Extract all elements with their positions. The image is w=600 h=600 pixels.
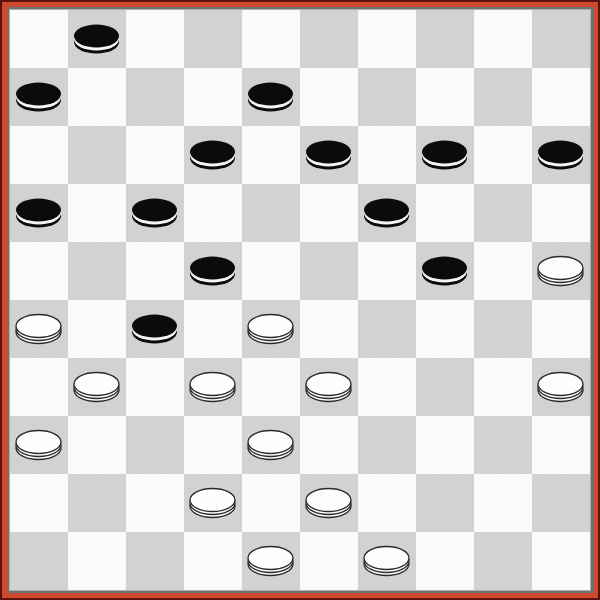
square-27[interactable] (126, 300, 184, 358)
square-47[interactable] (126, 532, 184, 590)
square-7[interactable] (126, 68, 184, 126)
black-man-square-6[interactable] (10, 68, 68, 126)
white-man-square-48[interactable] (242, 532, 300, 590)
light-square-r8c8 (474, 474, 532, 532)
light-square-r1c7 (416, 68, 474, 126)
white-man-square-43[interactable] (300, 474, 358, 532)
square-4[interactable] (416, 10, 474, 68)
black-man-square-13[interactable] (300, 126, 358, 184)
board-bezel-inner (9, 9, 591, 591)
light-square-r0c8 (474, 10, 532, 68)
square-46[interactable] (10, 532, 68, 590)
square-16[interactable] (10, 184, 68, 242)
light-square-r2c8 (474, 126, 532, 184)
square-11[interactable] (68, 126, 126, 184)
light-square-r8c0 (10, 474, 68, 532)
square-6[interactable] (10, 68, 68, 126)
white-man-square-38[interactable] (242, 416, 300, 474)
board-bezel-outer (7, 7, 593, 593)
draughts-board (10, 10, 590, 590)
white-man-square-25[interactable] (532, 242, 590, 300)
square-15[interactable] (532, 126, 590, 184)
black-man-square-8[interactable] (242, 68, 300, 126)
white-man-square-28[interactable] (242, 300, 300, 358)
light-square-r6c2 (126, 358, 184, 416)
light-square-r9c5 (300, 532, 358, 590)
square-39[interactable] (358, 416, 416, 474)
light-square-r3c7 (416, 184, 474, 242)
square-44[interactable] (416, 474, 474, 532)
square-1[interactable] (68, 10, 126, 68)
light-square-r8c6 (358, 474, 416, 532)
light-square-r9c9 (532, 532, 590, 590)
square-23[interactable] (300, 242, 358, 300)
white-man-square-31[interactable] (68, 358, 126, 416)
square-17[interactable] (126, 184, 184, 242)
board-frame-red-band (2, 2, 598, 598)
square-40[interactable] (474, 416, 532, 474)
black-man-square-14[interactable] (416, 126, 474, 184)
white-man-square-49[interactable] (358, 532, 416, 590)
light-square-r8c2 (126, 474, 184, 532)
light-square-r7c7 (416, 416, 474, 474)
square-3[interactable] (300, 10, 358, 68)
square-24[interactable] (416, 242, 474, 300)
square-2[interactable] (184, 10, 242, 68)
square-35[interactable] (532, 358, 590, 416)
white-man-square-36[interactable] (10, 416, 68, 474)
square-36[interactable] (10, 416, 68, 474)
square-41[interactable] (68, 474, 126, 532)
square-26[interactable] (10, 300, 68, 358)
light-square-r0c2 (126, 10, 184, 68)
light-square-r8c4 (242, 474, 300, 532)
black-man-square-27[interactable] (126, 300, 184, 358)
square-9[interactable] (358, 68, 416, 126)
square-30[interactable] (474, 300, 532, 358)
light-square-r7c3 (184, 416, 242, 474)
square-21[interactable] (68, 242, 126, 300)
square-33[interactable] (300, 358, 358, 416)
white-man-square-26[interactable] (10, 300, 68, 358)
light-square-r1c1 (68, 68, 126, 126)
light-square-r0c6 (358, 10, 416, 68)
square-29[interactable] (358, 300, 416, 358)
light-square-r5c1 (68, 300, 126, 358)
square-34[interactable] (416, 358, 474, 416)
square-31[interactable] (68, 358, 126, 416)
square-12[interactable] (184, 126, 242, 184)
light-square-r9c1 (68, 532, 126, 590)
light-square-r0c0 (10, 10, 68, 68)
square-13[interactable] (300, 126, 358, 184)
light-square-r3c3 (184, 184, 242, 242)
light-square-r6c0 (10, 358, 68, 416)
light-square-r7c9 (532, 416, 590, 474)
light-square-r6c8 (474, 358, 532, 416)
light-square-r6c6 (358, 358, 416, 416)
light-square-r1c9 (532, 68, 590, 126)
square-19[interactable] (358, 184, 416, 242)
board-frame (0, 0, 600, 600)
square-50[interactable] (474, 532, 532, 590)
black-man-square-12[interactable] (184, 126, 242, 184)
light-square-r9c7 (416, 532, 474, 590)
black-man-square-19[interactable] (358, 184, 416, 242)
light-square-r5c3 (184, 300, 242, 358)
light-square-r4c4 (242, 242, 300, 300)
light-square-r5c7 (416, 300, 474, 358)
square-10[interactable] (474, 68, 532, 126)
square-18[interactable] (242, 184, 300, 242)
black-man-square-15[interactable] (532, 126, 590, 184)
black-man-square-16[interactable] (10, 184, 68, 242)
light-square-r1c5 (300, 68, 358, 126)
light-square-r7c1 (68, 416, 126, 474)
light-square-r4c6 (358, 242, 416, 300)
square-42[interactable] (184, 474, 242, 532)
square-49[interactable] (358, 532, 416, 590)
white-man-square-35[interactable] (532, 358, 590, 416)
square-28[interactable] (242, 300, 300, 358)
light-square-r4c2 (126, 242, 184, 300)
square-25[interactable] (532, 242, 590, 300)
light-square-r5c5 (300, 300, 358, 358)
white-man-square-42[interactable] (184, 474, 242, 532)
white-man-square-32[interactable] (184, 358, 242, 416)
light-square-r9c3 (184, 532, 242, 590)
square-20[interactable] (474, 184, 532, 242)
light-square-r2c4 (242, 126, 300, 184)
light-square-r0c4 (242, 10, 300, 68)
square-14[interactable] (416, 126, 474, 184)
light-square-r4c8 (474, 242, 532, 300)
black-man-square-22[interactable] (184, 242, 242, 300)
square-38[interactable] (242, 416, 300, 474)
square-37[interactable] (126, 416, 184, 474)
light-square-r3c9 (532, 184, 590, 242)
black-man-square-24[interactable] (416, 242, 474, 300)
white-man-square-33[interactable] (300, 358, 358, 416)
black-man-square-1[interactable] (68, 10, 126, 68)
square-48[interactable] (242, 532, 300, 590)
square-22[interactable] (184, 242, 242, 300)
light-square-r2c6 (358, 126, 416, 184)
square-32[interactable] (184, 358, 242, 416)
light-square-r1c3 (184, 68, 242, 126)
square-43[interactable] (300, 474, 358, 532)
light-square-r3c5 (300, 184, 358, 242)
light-square-r2c0 (10, 126, 68, 184)
light-square-r7c5 (300, 416, 358, 474)
light-square-r6c4 (242, 358, 300, 416)
light-square-r5c9 (532, 300, 590, 358)
square-45[interactable] (532, 474, 590, 532)
light-square-r3c1 (68, 184, 126, 242)
black-man-square-17[interactable] (126, 184, 184, 242)
square-8[interactable] (242, 68, 300, 126)
light-square-r2c2 (126, 126, 184, 184)
light-square-r4c0 (10, 242, 68, 300)
square-5[interactable] (532, 10, 590, 68)
